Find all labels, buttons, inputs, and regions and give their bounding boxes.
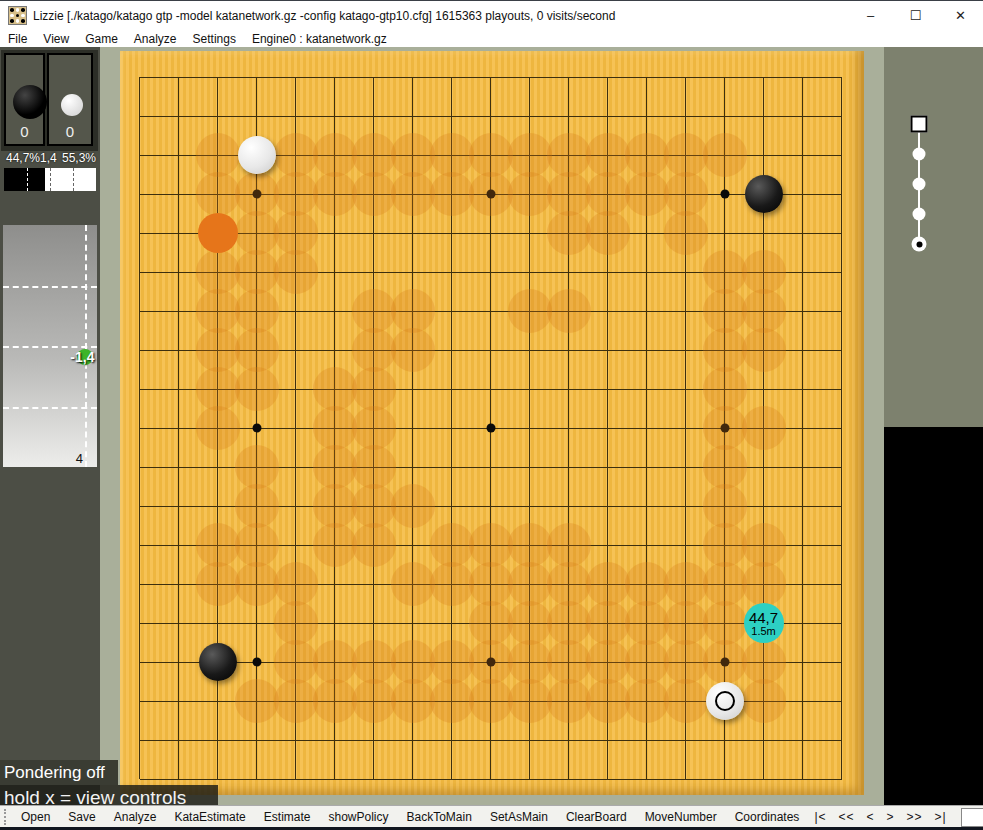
- heatmap-shadow: [742, 289, 786, 333]
- variation-tree-panel[interactable]: [884, 47, 983, 427]
- heatmap-shadow: [547, 172, 591, 216]
- toolbar-button-save[interactable]: Save: [59, 808, 104, 826]
- star-point: [252, 424, 261, 433]
- heatmap-shadow: [469, 172, 513, 216]
- heatmap-shadow: [196, 562, 240, 606]
- toolbar-button-analyze[interactable]: Analyze: [105, 808, 166, 826]
- heatmap-shadow: [313, 445, 357, 489]
- heatmap-shadow: [547, 289, 591, 333]
- nav-back[interactable]: <: [861, 808, 881, 826]
- heatmap-shadow: [430, 523, 474, 567]
- heatmap-shadow: [469, 601, 513, 645]
- left-sidebar: 0 0 44,7% 1,4 55,3% -1,4 4: [0, 47, 100, 805]
- heatmap-shadow: [586, 562, 630, 606]
- heatmap-shadow: [547, 133, 591, 177]
- heatmap-shadow: [235, 445, 279, 489]
- heatmap-shadow: [586, 133, 630, 177]
- heatmap-shadow: [742, 640, 786, 684]
- heatmap-shadow: [664, 679, 708, 723]
- heatmap-shadow: [391, 172, 435, 216]
- heatmap-shadow: [742, 328, 786, 372]
- heatmap-shadow: [664, 133, 708, 177]
- heatmap-shadow: [391, 289, 435, 333]
- heatmap-shadow: [703, 328, 747, 372]
- heatmap-shadow: [352, 484, 396, 528]
- heatmap-shadow: [274, 640, 318, 684]
- white-winrate-label: 55,3%: [62, 151, 96, 165]
- heatmap-shadow: [352, 367, 396, 411]
- heatmap-shadow: [469, 562, 513, 606]
- title-bar: Lizzie [./katago/katago gtp -model katan…: [0, 0, 983, 30]
- app-icon: [8, 6, 27, 25]
- heatmap-shadow: [469, 640, 513, 684]
- heatmap-shadow: [703, 406, 747, 450]
- heatmap-shadow: [196, 289, 240, 333]
- nav-first[interactable]: |<: [808, 808, 832, 826]
- window-controls: –☐✕: [848, 1, 983, 31]
- graph-move-number: 4: [76, 451, 83, 466]
- heatmap-shadow: [703, 562, 747, 606]
- black-stone-C4: [199, 643, 237, 681]
- tree-node-root[interactable]: [911, 116, 928, 133]
- heatmap-shadow: [352, 289, 396, 333]
- menu-item-file[interactable]: File: [0, 31, 35, 47]
- toolbar-button-open[interactable]: Open: [12, 808, 59, 826]
- nav-forward[interactable]: >: [881, 808, 901, 826]
- heatmap-shadow: [664, 640, 708, 684]
- heatmap-shadow: [313, 523, 357, 567]
- heatmap-shadow: [742, 562, 786, 606]
- black-stone-R16: [745, 175, 783, 213]
- winrate-bar-gridline: [73, 168, 74, 191]
- white-stone-Q3: [706, 682, 744, 720]
- close-button[interactable]: ✕: [938, 1, 983, 31]
- heatmap-shadow: [469, 679, 513, 723]
- star-point: [252, 658, 261, 667]
- heatmap-shadow: [586, 601, 630, 645]
- white-captures-box: 0: [47, 53, 93, 146]
- heatmap-shadow: [274, 679, 318, 723]
- heatmap-shadow: [235, 328, 279, 372]
- star-point: [486, 424, 495, 433]
- heatmap-shadow: [313, 406, 357, 450]
- black-winrate-label: 44,7%: [6, 151, 40, 165]
- heatmap-shadow: [508, 562, 552, 606]
- heatmap-shadow: [547, 562, 591, 606]
- heatmap-shadow: [196, 328, 240, 372]
- heatmap-shadow: [313, 679, 357, 723]
- maximize-button[interactable]: ☐: [893, 1, 938, 31]
- heatmap-shadow: [274, 133, 318, 177]
- heatmap-shadow: [196, 367, 240, 411]
- nav-last[interactable]: >|: [929, 808, 953, 826]
- heatmap-shadow: [547, 640, 591, 684]
- heatmap-shadow: [313, 172, 357, 216]
- heatmap-shadow: [508, 172, 552, 216]
- board-gridline: [140, 740, 842, 741]
- heatmap-shadow: [352, 172, 396, 216]
- heatmap-shadow: [703, 601, 747, 645]
- heatmap-shadow: [352, 679, 396, 723]
- heatmap-shadow: [196, 523, 240, 567]
- board-gridline: [841, 77, 842, 779]
- heatmap-shadow: [586, 172, 630, 216]
- heatmap-shadow: [703, 133, 747, 177]
- white-capture-count: 0: [49, 123, 91, 140]
- heatmap-shadow: [352, 640, 396, 684]
- heatmap-shadow: [235, 211, 279, 255]
- heatmap-shadow: [235, 289, 279, 333]
- heatmap-shadow: [235, 523, 279, 567]
- bottom-toolbar: OpenSaveAnalyzeKataEstimateEstimateshowP…: [0, 805, 983, 828]
- menu-item-analyze[interactable]: Analyze: [126, 31, 185, 47]
- white-capture-stone-icon: [61, 94, 83, 116]
- nav-back-fast[interactable]: <<: [833, 808, 861, 826]
- heatmap-shadow: [235, 172, 279, 216]
- heatmap-shadow: [742, 679, 786, 723]
- heatmap-shadow: [508, 133, 552, 177]
- heatmap-shadow: [625, 562, 669, 606]
- heatmap-shadow: [196, 250, 240, 294]
- tree-node-move[interactable]: [913, 178, 926, 191]
- heatmap-shadow: [313, 367, 357, 411]
- heatmap-shadow: [196, 172, 240, 216]
- black-captures-box: 0: [4, 53, 45, 146]
- black-capture-stone-icon: [13, 85, 47, 119]
- heatmap-shadow: [625, 601, 669, 645]
- heatmap-shadow: [703, 484, 747, 528]
- heatmap-shadow: [586, 679, 630, 723]
- heatmap-shadow: [547, 601, 591, 645]
- board-gridline: [140, 779, 842, 780]
- minimize-button[interactable]: –: [848, 1, 893, 31]
- heatmap-shadow: [274, 211, 318, 255]
- heatmap-shadow: [430, 640, 474, 684]
- heatmap-shadow: [547, 211, 591, 255]
- heatmap-shadow: [742, 523, 786, 567]
- heatmap-shadow: [508, 601, 552, 645]
- heatmap-shadow: [352, 445, 396, 489]
- window-title: Lizzie [./katago/katago gtp -model katan…: [33, 9, 615, 23]
- winrate-graph[interactable]: -1,4 4: [3, 225, 97, 467]
- heatmap-shadow: [274, 250, 318, 294]
- heatmap-shadow: [391, 133, 435, 177]
- heatmap-shadow: [742, 250, 786, 294]
- menu-bar: FileViewGameAnalyzeSettingsEngine0 : kat…: [0, 30, 983, 47]
- heatmap-shadow: [547, 679, 591, 723]
- go-board[interactable]: 44,71.5m: [120, 51, 864, 795]
- heatmap-shadow: [742, 406, 786, 450]
- heatmap-shadow: [196, 406, 240, 450]
- heatmap-shadow: [235, 484, 279, 528]
- heatmap-shadow: [352, 523, 396, 567]
- black-capture-count: 0: [6, 123, 43, 140]
- heatmap-shadow: [625, 133, 669, 177]
- toolbar-button-estimate[interactable]: Estimate: [255, 808, 320, 826]
- nav-forward-fast[interactable]: >>: [901, 808, 929, 826]
- heatmap-shadow: [625, 679, 669, 723]
- winrate-bar-gridline: [50, 168, 51, 191]
- heatmap-shadow: [313, 484, 357, 528]
- heatmap-shadow: [625, 172, 669, 216]
- board-gridline: [802, 77, 803, 779]
- heatmap-shadow: [703, 640, 747, 684]
- heatmap-shadow: [430, 679, 474, 723]
- heatmap-shadow: [274, 601, 318, 645]
- heatmap-shadow: [391, 562, 435, 606]
- tree-node-move[interactable]: [913, 148, 926, 161]
- toolbar-button-clearboard[interactable]: ClearBoard: [557, 808, 636, 826]
- heatmap-shadow: [391, 328, 435, 372]
- heatmap-shadow: [586, 640, 630, 684]
- menu-item-settings[interactable]: Settings: [185, 31, 244, 47]
- heatmap-shadow: [625, 640, 669, 684]
- score-mid-label: 1,4: [40, 151, 57, 165]
- heatmap-shadow: [664, 562, 708, 606]
- heatmap-shadow: [391, 484, 435, 528]
- heatmap-shadow: [235, 679, 279, 723]
- heatmap-shadow: [196, 133, 240, 177]
- heatmap-shadow: [235, 367, 279, 411]
- heatmap-shadow: [352, 406, 396, 450]
- heatmap-shadow: [391, 640, 435, 684]
- winrate-labels: 44,7% 1,4 55,3%: [0, 151, 100, 168]
- heatmap-shadow: [235, 250, 279, 294]
- goto-move-input[interactable]: [961, 808, 983, 827]
- candidate-move-R5[interactable]: 44,71.5m: [744, 603, 784, 643]
- white-stone-D17: [238, 136, 276, 174]
- toolbar-button-setasmain[interactable]: SetAsMain: [481, 808, 557, 826]
- heatmap-shadow: [352, 133, 396, 177]
- candidate-winrate: 44,7: [749, 610, 778, 625]
- heatmap-shadow: [391, 679, 435, 723]
- heatmap-shadow: [274, 562, 318, 606]
- heatmap-shadow: [703, 289, 747, 333]
- toolbar-button-backtomain[interactable]: BackToMain: [398, 808, 481, 826]
- heatmap-shadow: [703, 445, 747, 489]
- menu-item-view[interactable]: View: [35, 31, 77, 47]
- heatmap-shadow: [703, 523, 747, 567]
- right-black-panel: [884, 427, 983, 805]
- heatmap-shadow: [508, 679, 552, 723]
- heatmap-shadow: [508, 640, 552, 684]
- last-move-marker: [715, 691, 735, 711]
- menu-item-engine0[interactable]: Engine0 : katanetwork.gz: [244, 31, 395, 47]
- candidate-move-C15[interactable]: [198, 213, 238, 253]
- heatmap-shadow: [586, 211, 630, 255]
- heatmap-shadow: [469, 523, 513, 567]
- star-point: [720, 190, 729, 199]
- toolbar-button-kataestimate[interactable]: KataEstimate: [165, 808, 254, 826]
- heatmap-shadow: [469, 133, 513, 177]
- heatmap-shadow: [430, 562, 474, 606]
- winrate-bar-gridline: [27, 168, 28, 191]
- heatmap-shadow: [703, 250, 747, 294]
- heatmap-shadow: [664, 601, 708, 645]
- winrate-bar-black: [4, 168, 45, 191]
- tree-node-current[interactable]: [912, 237, 927, 252]
- heatmap-shadow: [430, 133, 474, 177]
- heatmap-shadow: [352, 328, 396, 372]
- heatmap-shadow: [508, 289, 552, 333]
- heatmap-shadow: [313, 133, 357, 177]
- heatmap-shadow: [703, 367, 747, 411]
- toolbar-button-coordinates[interactable]: Coordinates: [726, 808, 809, 826]
- score-marker-label: -1,4: [70, 349, 94, 365]
- heatmap-shadow: [235, 562, 279, 606]
- menu-item-game[interactable]: Game: [77, 31, 126, 47]
- heatmap-shadow: [547, 523, 591, 567]
- heatmap-shadow: [313, 640, 357, 684]
- heatmap-shadow: [664, 172, 708, 216]
- candidate-visits: 1.5m: [751, 626, 775, 637]
- winrate-bar: [4, 168, 96, 191]
- toolbar-drag-handle[interactable]: [4, 809, 6, 825]
- heatmap-shadow: [430, 172, 474, 216]
- heatmap-shadow: [508, 523, 552, 567]
- heatmap-shadow: [274, 172, 318, 216]
- pondering-status: Pondering off: [0, 760, 118, 785]
- tree-node-move[interactable]: [913, 208, 926, 221]
- heatmap-shadow: [664, 211, 708, 255]
- toolbar-button-movenumber[interactable]: MoveNumber: [636, 808, 726, 826]
- toolbar-button-showpolicy[interactable]: showPolicy: [319, 808, 397, 826]
- captures-panel: 0 0: [1, 50, 98, 151]
